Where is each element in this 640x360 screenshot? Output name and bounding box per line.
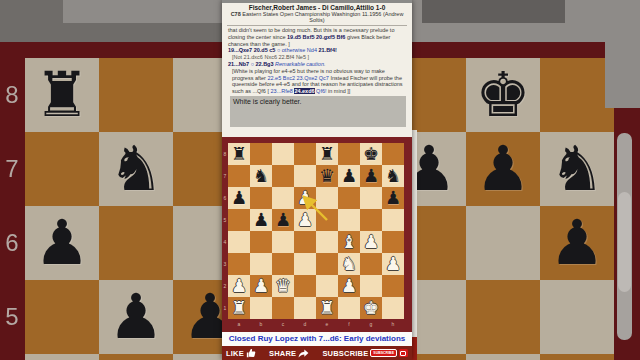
video-title: Closed Ruy Lopez with 7...d6: Early devi…	[222, 332, 412, 346]
video-frame: 8765♜♞♟♟♟ ♚♟♟♞♟ Fischer,Robert James - D…	[0, 0, 640, 360]
bg-square	[412, 354, 466, 360]
square-d8[interactable]	[294, 143, 316, 165]
square-a7[interactable]	[228, 165, 250, 187]
black-rook-a8[interactable]: ♜	[228, 143, 250, 165]
move-text[interactable]: 19...Qxe7 20.d5 c5	[228, 47, 277, 53]
bg-black-pawn-a6: ♟	[25, 206, 99, 280]
square-c3[interactable]	[272, 253, 294, 275]
rank-label-4: 4	[222, 231, 228, 253]
bg-square	[25, 354, 99, 360]
square-a4[interactable]	[228, 231, 250, 253]
square-d2[interactable]	[294, 275, 316, 297]
background-board-left: 8765♜♞♟♟♟	[0, 42, 222, 360]
move-text[interactable]: 21.Bf4!	[318, 47, 336, 53]
youtube-icon[interactable]	[399, 349, 408, 357]
square-e6[interactable]	[316, 187, 338, 209]
square-b8[interactable]	[250, 143, 272, 165]
bg-square	[466, 280, 540, 354]
bg-black-king-g8: ♚	[466, 58, 540, 132]
annotation-line: 19...Qxe7 20.d5 c5 ○ otherwise Nd4 21.Bf…	[228, 47, 406, 54]
file-label-g: g	[360, 320, 382, 331]
bg-black-pawn-h6: ♟	[540, 206, 614, 280]
annotation-text: in mind ]]	[328, 88, 350, 94]
share-button[interactable]: SHARE	[269, 349, 309, 358]
square-c8[interactable]	[272, 143, 294, 165]
square-a3[interactable]	[228, 253, 250, 275]
rank-label-7: 7	[222, 165, 228, 187]
bg-square	[173, 206, 222, 280]
subscribe-label: SUBSCRIBE	[322, 349, 368, 358]
square-b3[interactable]	[250, 253, 272, 275]
black-pawn-b5[interactable]: ♟	[250, 209, 272, 231]
bg-rank-label-8: 8	[0, 58, 24, 132]
bg-black-knight-h7: ♞	[540, 132, 614, 206]
background-right: ♚♟♟♞♟	[412, 0, 640, 360]
file-label-f: f	[338, 320, 360, 331]
black-pawn-a6[interactable]: ♟	[228, 187, 250, 209]
square-h5[interactable]	[382, 209, 404, 231]
bg-square	[173, 354, 222, 360]
annotation-line: [Not 21.dxc6 Nxc6 22.Bf4 Ne5 ]	[228, 54, 406, 61]
bg-square	[540, 280, 614, 354]
rank-label-6: 6	[222, 187, 228, 209]
file-label-a: a	[228, 320, 250, 331]
action-bar: LIKE SHARE SUBSCRIBE SUBSCRIBE	[222, 346, 412, 360]
black-pawn-c5[interactable]: ♟	[272, 209, 294, 231]
square-g6[interactable]	[360, 187, 382, 209]
share-label: SHARE	[269, 349, 296, 358]
annotation-text-area: that didn't seem to be doing much. But t…	[222, 27, 412, 95]
square-d7[interactable]	[294, 165, 316, 187]
bg-square	[412, 58, 466, 132]
move-text[interactable]: 23...Rfe8	[271, 88, 295, 94]
file-label-h: h	[382, 320, 404, 331]
square-d1[interactable]	[294, 297, 316, 319]
game-header: Fischer,Robert James - Di Camillo,Attili…	[226, 4, 408, 11]
square-a5[interactable]	[228, 209, 250, 231]
white-rook-a1[interactable]: ♜	[228, 297, 250, 319]
bg-square	[540, 354, 614, 360]
white-pawn-b2[interactable]: ♟	[250, 275, 272, 297]
background-gray-dark	[422, 0, 565, 23]
eco-code: C78	[231, 11, 243, 17]
square-b4[interactable]	[250, 231, 272, 253]
subscribe-group: SUBSCRIBE SUBSCRIBE	[322, 349, 408, 358]
background-gray-light	[63, 0, 222, 23]
white-knight-f3[interactable]: ♞	[338, 253, 360, 275]
square-f6[interactable]	[338, 187, 360, 209]
bg-square	[540, 58, 614, 132]
square-g3[interactable]	[360, 253, 382, 275]
black-queen-e7[interactable]: ♛	[316, 165, 338, 187]
bg-black-knight-b7: ♞	[99, 132, 173, 206]
square-b1[interactable]	[250, 297, 272, 319]
white-queen-c2[interactable]: ♛	[272, 275, 294, 297]
square-d3[interactable]	[294, 253, 316, 275]
black-pawn-g7[interactable]: ♟	[360, 165, 382, 187]
bg-square	[173, 132, 222, 206]
bg-black-rook-a8: ♜	[25, 58, 99, 132]
like-button[interactable]: LIKE	[226, 348, 256, 358]
square-f8[interactable]	[338, 143, 360, 165]
bg-black-pawn-f7: ♟	[412, 132, 466, 206]
white-pawn-d5[interactable]: ♟	[294, 209, 316, 231]
bg-rank-label-5: 5	[0, 280, 24, 354]
square-e3[interactable]	[316, 253, 338, 275]
bg-square	[99, 58, 173, 132]
bg-square	[173, 58, 222, 132]
file-label-e: e	[316, 320, 338, 331]
move-text[interactable]: 24.exd6	[294, 88, 314, 94]
move-text[interactable]: Qf6!	[315, 88, 328, 94]
annotation-line: [White is playing for e4-e5 but there is…	[228, 68, 406, 95]
bg-square	[25, 280, 99, 354]
white-pawn-h3[interactable]: ♟	[382, 253, 404, 275]
file-label-c: c	[272, 320, 294, 331]
square-d4[interactable]	[294, 231, 316, 253]
annotation-line: that didn't seem to be doing much. But t…	[228, 27, 406, 47]
square-e4[interactable]	[316, 231, 338, 253]
bg-black-pawn-g7: ♟	[466, 132, 540, 206]
bg-rank-label-6: 6	[0, 206, 24, 280]
white-pawn-d6[interactable]: ♟	[294, 187, 316, 209]
background-left: 8765♜♞♟♟♟	[0, 0, 222, 360]
black-pawn-h6[interactable]: ♟	[382, 187, 404, 209]
black-knight-b7[interactable]: ♞	[250, 165, 272, 187]
move-text[interactable]: 19.d5 Bxf5 20.gxf5 Bf6	[287, 34, 345, 40]
black-pawn-f7[interactable]: ♟	[338, 165, 360, 187]
header-divider	[227, 25, 407, 26]
white-rook-e1[interactable]: ♜	[316, 297, 338, 319]
black-rook-e8[interactable]: ♜	[316, 143, 338, 165]
white-king-g1[interactable]: ♚	[360, 297, 382, 319]
white-pawn-g4[interactable]: ♟	[360, 231, 382, 253]
chess-board: ♜♜♚♞♛♟♟♞♟♟♟♟♟♟♝♟♞♟♟♟♛♟♜♜♚ 87654321abcdef…	[222, 137, 412, 332]
bg-rank-label-7: 7	[0, 132, 24, 206]
square-h8[interactable]	[382, 143, 404, 165]
move-text[interactable]: Remarkable caution.	[275, 61, 325, 67]
file-label-d: d	[294, 320, 316, 331]
square-c4[interactable]	[272, 231, 294, 253]
like-label: LIKE	[226, 349, 244, 358]
bg-square	[412, 280, 466, 354]
bg-square	[412, 206, 466, 280]
bg-square	[466, 206, 540, 280]
square-b6[interactable]	[250, 187, 272, 209]
bg-black-pawn-b5: ♟	[99, 280, 173, 354]
square-c1[interactable]	[272, 297, 294, 319]
annotation-line: 21...Nb7 ○ 22.Bg3 Remarkable caution.	[228, 61, 406, 68]
event-text: Eastern States Open Championship Washing…	[242, 11, 403, 23]
annotation-text: [Not 21.dxc6 Nxc6 22.Bf4 Ne5 ]	[232, 54, 309, 60]
move-text[interactable]: 21...Nb7	[228, 61, 251, 67]
square-f1[interactable]	[338, 297, 360, 319]
white-bishop-f4[interactable]: ♝	[338, 231, 360, 253]
bg-square	[25, 132, 99, 206]
share-arrow-icon	[298, 349, 309, 358]
thumbs-up-icon	[246, 348, 256, 358]
file-label-b: b	[250, 320, 272, 331]
black-knight-h7[interactable]: ♞	[382, 165, 404, 187]
center-video-panel: Fischer,Robert James - Di Camillo,Attili…	[222, 0, 412, 360]
evaluation-box: White is clearly better.	[230, 96, 406, 127]
black-king-g8[interactable]: ♚	[360, 143, 382, 165]
square-g5[interactable]	[360, 209, 382, 231]
bg-square	[99, 206, 173, 280]
square-g2[interactable]	[360, 275, 382, 297]
bg-square	[466, 354, 540, 360]
white-pawn-f2[interactable]: ♟	[338, 275, 360, 297]
rank-label-1: 1	[222, 297, 228, 319]
square-e2[interactable]	[316, 275, 338, 297]
square-h1[interactable]	[382, 297, 404, 319]
subscribe-button[interactable]: SUBSCRIBE	[370, 349, 397, 357]
rank-label-5: 5	[222, 209, 228, 231]
white-pawn-a2[interactable]: ♟	[228, 275, 250, 297]
event-line: C78 Eastern States Open Championship Was…	[226, 11, 408, 23]
bg-square	[99, 354, 173, 360]
bg-scrollbar-thumb[interactable]	[618, 192, 631, 292]
move-text[interactable]: 22.Bg3	[254, 61, 275, 67]
square-h2[interactable]	[382, 275, 404, 297]
square-c6[interactable]	[272, 187, 294, 209]
background-gray-corner	[605, 23, 640, 108]
board-squares[interactable]: ♜♜♚♞♛♟♟♞♟♟♟♟♟♟♝♟♞♟♟♟♛♟♜♜♚	[228, 143, 404, 319]
square-f5[interactable]	[338, 209, 360, 231]
bg-red-edge	[412, 337, 417, 360]
rank-label-8: 8	[222, 143, 228, 165]
move-text[interactable]: otherwise Nd4	[280, 47, 318, 53]
square-c7[interactable]	[272, 165, 294, 187]
move-text[interactable]: 22.e5 Bxc2 23.Qxe2 Qc7	[267, 75, 330, 81]
analysis-panel: Fischer,Robert James - Di Camillo,Attili…	[222, 3, 412, 96]
square-e5[interactable]	[316, 209, 338, 231]
square-h4[interactable]	[382, 231, 404, 253]
rank-label-3: 3	[222, 253, 228, 275]
bg-black-pawn-c5: ♟	[173, 280, 222, 354]
bg-white-edge	[412, 130, 417, 340]
rank-label-2: 2	[222, 275, 228, 297]
